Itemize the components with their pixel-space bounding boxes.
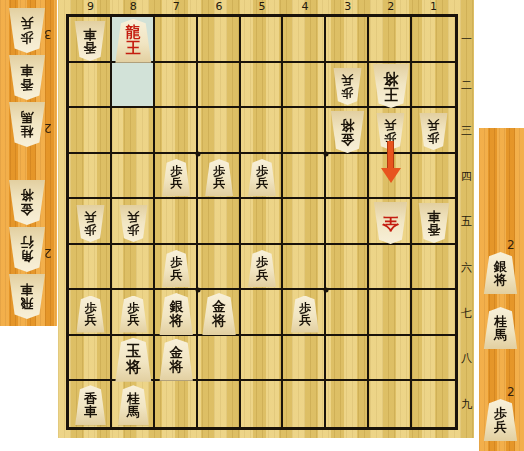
- piece-pawn-in-hand[interactable]: 歩兵: [7, 8, 47, 53]
- square-7-8[interactable]: [155, 336, 198, 382]
- square-5-1[interactable]: [241, 17, 284, 63]
- square-8-8[interactable]: [112, 336, 155, 382]
- square-6-4[interactable]: [198, 154, 241, 200]
- piece-rook-in-hand[interactable]: 飛車: [7, 274, 47, 319]
- square-5-2[interactable]: [241, 63, 284, 109]
- square-5-5[interactable]: [241, 199, 284, 245]
- square-2-1[interactable]: [369, 17, 412, 63]
- square-3-2[interactable]: [326, 63, 369, 109]
- piece-knight-in-hand[interactable]: 桂馬: [482, 307, 519, 349]
- piece-kanji: 金将: [7, 180, 47, 225]
- board-panel: 987654321 一二三四五六七八九 香車龍王歩兵王将金将歩兵歩兵歩兵歩兵歩兵…: [58, 0, 474, 438]
- square-5-4[interactable]: [241, 154, 284, 200]
- file-label-4: 4: [283, 1, 326, 13]
- square-6-8[interactable]: [198, 336, 241, 382]
- square-2-8[interactable]: [369, 336, 412, 382]
- square-6-1[interactable]: [198, 17, 241, 63]
- hand-count-silver: 2: [507, 238, 515, 252]
- piece-pawn-in-hand[interactable]: 歩兵: [482, 399, 519, 441]
- square-4-5[interactable]: [283, 199, 326, 245]
- square-8-5[interactable]: [112, 199, 155, 245]
- square-4-9[interactable]: [283, 381, 326, 427]
- square-4-1[interactable]: [283, 17, 326, 63]
- square-9-7[interactable]: [69, 290, 112, 336]
- piece-knight-in-hand[interactable]: 桂馬: [7, 102, 47, 147]
- piece-bishop-in-hand[interactable]: 角行: [7, 227, 47, 272]
- square-7-2[interactable]: [155, 63, 198, 109]
- square-9-2[interactable]: [69, 63, 112, 109]
- square-7-7[interactable]: [155, 290, 198, 336]
- square-3-5[interactable]: [326, 199, 369, 245]
- file-label-1: 1: [412, 1, 455, 13]
- square-4-8[interactable]: [283, 336, 326, 382]
- square-5-3[interactable]: [241, 108, 284, 154]
- square-5-8[interactable]: [241, 336, 284, 382]
- square-9-3[interactable]: [69, 108, 112, 154]
- square-7-9[interactable]: [155, 381, 198, 427]
- piece-kanji: 飛車: [7, 274, 47, 319]
- square-4-3[interactable]: [283, 108, 326, 154]
- square-2-5[interactable]: [369, 199, 412, 245]
- piece-lance-in-hand[interactable]: 香車: [7, 55, 47, 100]
- square-8-4[interactable]: [112, 154, 155, 200]
- piece-kanji: 桂馬: [7, 102, 47, 147]
- piece-kanji: 歩兵: [7, 8, 47, 53]
- square-7-1[interactable]: [155, 17, 198, 63]
- rank-label-8: 八: [460, 336, 473, 382]
- square-9-5[interactable]: [69, 199, 112, 245]
- shogi-app: 歩兵3香車桂馬2金将角行2飛車 987654321 一二三四五六七八九 香車龍王…: [0, 0, 524, 451]
- hand-count-bishop: 2: [44, 246, 52, 260]
- piece-kanji: 銀将: [482, 252, 519, 294]
- rank-label-4: 四: [460, 154, 473, 200]
- square-2-9[interactable]: [369, 381, 412, 427]
- square-1-7[interactable]: [412, 290, 455, 336]
- square-2-7[interactable]: [369, 290, 412, 336]
- rank-label-5: 五: [460, 199, 473, 245]
- rank-label-9: 九: [460, 381, 473, 427]
- piece-kanji: 香車: [7, 55, 47, 100]
- square-6-9[interactable]: [198, 381, 241, 427]
- square-2-3[interactable]: [369, 108, 412, 154]
- piece-gold-in-hand[interactable]: 金将: [7, 180, 47, 225]
- hand-count-knight: 2: [44, 121, 52, 135]
- square-4-7[interactable]: [283, 290, 326, 336]
- square-9-1[interactable]: [69, 17, 112, 63]
- square-9-4[interactable]: [69, 154, 112, 200]
- file-label-5: 5: [241, 1, 284, 13]
- square-1-1[interactable]: [412, 17, 455, 63]
- gote-captured-tray: 歩兵3香車桂馬2金将角行2飛車: [0, 0, 57, 326]
- square-6-6[interactable]: [198, 245, 241, 291]
- square-5-7[interactable]: [241, 290, 284, 336]
- hand-count-pawn: 2: [507, 385, 515, 399]
- piece-kanji: 角行: [7, 227, 47, 272]
- sente-captured-tray: 銀将2桂馬歩兵2: [479, 128, 524, 451]
- square-3-3[interactable]: [326, 108, 369, 154]
- square-7-3[interactable]: [155, 108, 198, 154]
- square-8-1[interactable]: [112, 17, 155, 63]
- square-4-6[interactable]: [283, 245, 326, 291]
- piece-silver-in-hand[interactable]: 銀将: [482, 252, 519, 294]
- square-6-2[interactable]: [198, 63, 241, 109]
- square-1-8[interactable]: [412, 336, 455, 382]
- square-1-9[interactable]: [412, 381, 455, 427]
- square-3-7[interactable]: [326, 290, 369, 336]
- square-8-2[interactable]: [112, 63, 155, 109]
- rank-label-2: 二: [460, 63, 473, 109]
- rank-label-6: 六: [460, 245, 473, 291]
- square-3-8[interactable]: [326, 336, 369, 382]
- square-7-4[interactable]: [155, 154, 198, 200]
- square-2-2[interactable]: [369, 63, 412, 109]
- square-6-7[interactable]: [198, 290, 241, 336]
- square-5-6[interactable]: [241, 245, 284, 291]
- square-2-4[interactable]: [369, 154, 412, 200]
- square-3-4[interactable]: [326, 154, 369, 200]
- square-1-4[interactable]: [412, 154, 455, 200]
- square-8-9[interactable]: [112, 381, 155, 427]
- square-2-6[interactable]: [369, 245, 412, 291]
- board-grid: [66, 14, 458, 430]
- square-7-5[interactable]: [155, 199, 198, 245]
- square-3-1[interactable]: [326, 17, 369, 63]
- square-3-6[interactable]: [326, 245, 369, 291]
- square-6-3[interactable]: [198, 108, 241, 154]
- file-label-7: 7: [155, 1, 198, 13]
- square-6-5[interactable]: [198, 199, 241, 245]
- file-label-9: 9: [69, 1, 112, 13]
- square-7-6[interactable]: [155, 245, 198, 291]
- square-9-9[interactable]: [69, 381, 112, 427]
- square-4-2[interactable]: [283, 63, 326, 109]
- square-1-3[interactable]: [412, 108, 455, 154]
- square-1-6[interactable]: [412, 245, 455, 291]
- square-3-9[interactable]: [326, 381, 369, 427]
- square-9-6[interactable]: [69, 245, 112, 291]
- square-8-3[interactable]: [112, 108, 155, 154]
- square-1-5[interactable]: [412, 199, 455, 245]
- square-9-8[interactable]: [69, 336, 112, 382]
- rank-label-1: 一: [460, 17, 473, 63]
- piece-kanji: 桂馬: [482, 307, 519, 349]
- rank-label-3: 三: [460, 108, 473, 154]
- square-4-4[interactable]: [283, 154, 326, 200]
- piece-kanji: 歩兵: [482, 399, 519, 441]
- square-1-2[interactable]: [412, 63, 455, 109]
- file-label-2: 2: [369, 1, 412, 13]
- hand-count-pawn: 3: [44, 27, 52, 41]
- rank-label-7: 七: [460, 290, 473, 336]
- file-label-3: 3: [326, 1, 369, 13]
- square-8-7[interactable]: [112, 290, 155, 336]
- file-label-6: 6: [198, 1, 241, 13]
- square-8-6[interactable]: [112, 245, 155, 291]
- square-5-9[interactable]: [241, 381, 284, 427]
- file-label-8: 8: [112, 1, 155, 13]
